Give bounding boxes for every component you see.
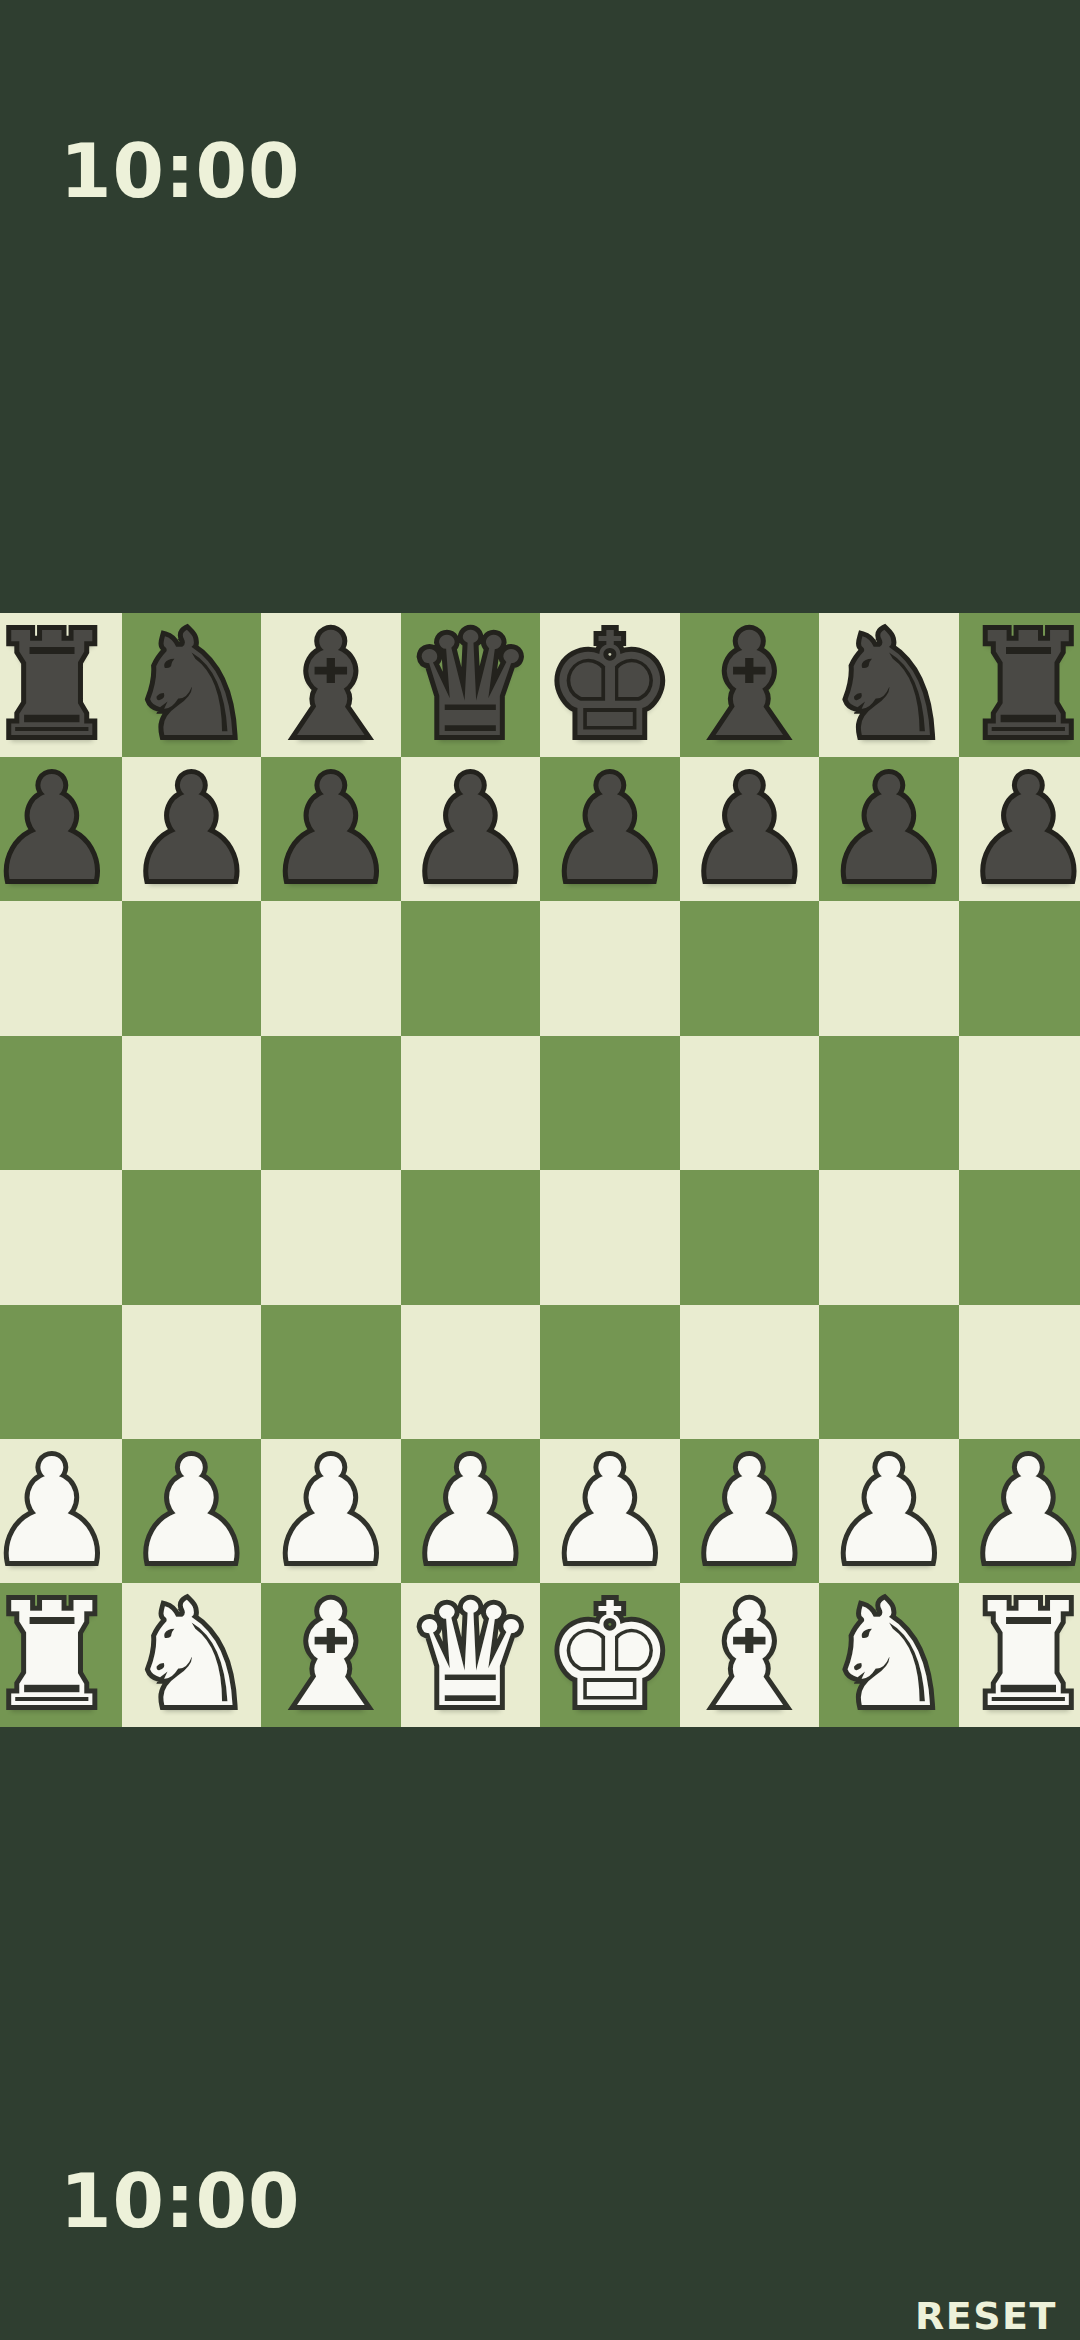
- square-b4[interactable]: [122, 1170, 262, 1305]
- square-h5[interactable]: [959, 1036, 1080, 1171]
- piece-white-pawn[interactable]: ♟: [266, 1439, 395, 1583]
- piece-white-pawn[interactable]: ♟: [824, 1439, 953, 1583]
- piece-black-pawn[interactable]: ♟: [406, 757, 535, 901]
- piece-white-pawn[interactable]: ♟: [964, 1439, 1080, 1583]
- piece-black-rook[interactable]: ♜: [0, 613, 116, 757]
- black-clock: 10:00: [60, 134, 301, 208]
- square-g2[interactable]: ♟: [819, 1439, 959, 1583]
- square-d2[interactable]: ♟: [401, 1439, 541, 1583]
- square-c3[interactable]: [261, 1305, 401, 1440]
- square-e7[interactable]: ♟: [540, 757, 680, 901]
- square-e6[interactable]: [540, 901, 680, 1036]
- piece-white-queen[interactable]: ♛: [406, 1583, 535, 1727]
- square-g1[interactable]: ♞: [819, 1583, 959, 1727]
- square-a8[interactable]: ♜: [0, 613, 122, 757]
- square-f3[interactable]: [680, 1305, 820, 1440]
- square-b8[interactable]: ♞: [122, 613, 262, 757]
- piece-black-pawn[interactable]: ♟: [0, 757, 116, 901]
- square-f1[interactable]: ♝: [680, 1583, 820, 1727]
- square-g5[interactable]: [819, 1036, 959, 1171]
- piece-white-bishop[interactable]: ♝: [266, 1583, 395, 1727]
- square-c7[interactable]: ♟: [261, 757, 401, 901]
- square-g6[interactable]: [819, 901, 959, 1036]
- piece-black-knight[interactable]: ♞: [127, 613, 256, 757]
- square-e1[interactable]: ♚: [540, 1583, 680, 1727]
- square-c8[interactable]: ♝: [261, 613, 401, 757]
- square-b7[interactable]: ♟: [122, 757, 262, 901]
- chess-app-screen: 10:00 ♜♞♝♛♚♝♞♜♟♟♟♟♟♟♟♟♟♟♟♟♟♟♟♟♜♞♝♛♚♝♞♜ 1…: [0, 0, 1080, 2340]
- square-h4[interactable]: [959, 1170, 1080, 1305]
- piece-black-bishop[interactable]: ♝: [685, 613, 814, 757]
- square-d3[interactable]: [401, 1305, 541, 1440]
- square-e4[interactable]: [540, 1170, 680, 1305]
- square-f4[interactable]: [680, 1170, 820, 1305]
- piece-black-pawn[interactable]: ♟: [266, 757, 395, 901]
- piece-white-pawn[interactable]: ♟: [545, 1439, 674, 1583]
- piece-white-bishop[interactable]: ♝: [685, 1583, 814, 1727]
- piece-black-pawn[interactable]: ♟: [685, 757, 814, 901]
- piece-white-pawn[interactable]: ♟: [406, 1439, 535, 1583]
- piece-white-king[interactable]: ♚: [545, 1583, 674, 1727]
- piece-black-king[interactable]: ♚: [545, 613, 674, 757]
- piece-black-knight[interactable]: ♞: [824, 613, 953, 757]
- square-h6[interactable]: [959, 901, 1080, 1036]
- square-d7[interactable]: ♟: [401, 757, 541, 901]
- piece-white-rook[interactable]: ♜: [964, 1583, 1080, 1727]
- square-d1[interactable]: ♛: [401, 1583, 541, 1727]
- square-g4[interactable]: [819, 1170, 959, 1305]
- piece-black-pawn[interactable]: ♟: [545, 757, 674, 901]
- square-h1[interactable]: ♜: [959, 1583, 1080, 1727]
- piece-white-pawn[interactable]: ♟: [127, 1439, 256, 1583]
- square-h2[interactable]: ♟: [959, 1439, 1080, 1583]
- square-h3[interactable]: [959, 1305, 1080, 1440]
- piece-black-pawn[interactable]: ♟: [127, 757, 256, 901]
- square-g3[interactable]: [819, 1305, 959, 1440]
- square-c6[interactable]: [261, 901, 401, 1036]
- piece-white-rook[interactable]: ♜: [0, 1583, 116, 1727]
- square-h8[interactable]: ♜: [959, 613, 1080, 757]
- square-b3[interactable]: [122, 1305, 262, 1440]
- square-f6[interactable]: [680, 901, 820, 1036]
- square-c1[interactable]: ♝: [261, 1583, 401, 1727]
- square-b1[interactable]: ♞: [122, 1583, 262, 1727]
- square-e3[interactable]: [540, 1305, 680, 1440]
- square-a4[interactable]: [0, 1170, 122, 1305]
- piece-white-pawn[interactable]: ♟: [0, 1439, 116, 1583]
- piece-white-pawn[interactable]: ♟: [685, 1439, 814, 1583]
- square-f8[interactable]: ♝: [680, 613, 820, 757]
- reset-button[interactable]: RESET: [915, 2297, 1057, 2335]
- square-d4[interactable]: [401, 1170, 541, 1305]
- white-clock: 10:00: [60, 2164, 301, 2238]
- square-g8[interactable]: ♞: [819, 613, 959, 757]
- piece-white-knight[interactable]: ♞: [824, 1583, 953, 1727]
- chess-board: ♜♞♝♛♚♝♞♜♟♟♟♟♟♟♟♟♟♟♟♟♟♟♟♟♜♞♝♛♚♝♞♜: [0, 613, 1080, 1727]
- square-g7[interactable]: ♟: [819, 757, 959, 901]
- piece-black-queen[interactable]: ♛: [406, 613, 535, 757]
- square-b6[interactable]: [122, 901, 262, 1036]
- square-a6[interactable]: [0, 901, 122, 1036]
- square-a3[interactable]: [0, 1305, 122, 1440]
- piece-black-pawn[interactable]: ♟: [964, 757, 1080, 901]
- piece-black-bishop[interactable]: ♝: [266, 613, 395, 757]
- square-a5[interactable]: [0, 1036, 122, 1171]
- square-b2[interactable]: ♟: [122, 1439, 262, 1583]
- piece-white-knight[interactable]: ♞: [127, 1583, 256, 1727]
- square-a1[interactable]: ♜: [0, 1583, 122, 1727]
- square-c5[interactable]: [261, 1036, 401, 1171]
- square-e5[interactable]: [540, 1036, 680, 1171]
- square-a7[interactable]: ♟: [0, 757, 122, 901]
- square-f2[interactable]: ♟: [680, 1439, 820, 1583]
- piece-black-pawn[interactable]: ♟: [824, 757, 953, 901]
- square-f7[interactable]: ♟: [680, 757, 820, 901]
- square-e8[interactable]: ♚: [540, 613, 680, 757]
- square-a2[interactable]: ♟: [0, 1439, 122, 1583]
- square-d8[interactable]: ♛: [401, 613, 541, 757]
- square-b5[interactable]: [122, 1036, 262, 1171]
- square-e2[interactable]: ♟: [540, 1439, 680, 1583]
- square-c4[interactable]: [261, 1170, 401, 1305]
- square-h7[interactable]: ♟: [959, 757, 1080, 901]
- square-f5[interactable]: [680, 1036, 820, 1171]
- square-d5[interactable]: [401, 1036, 541, 1171]
- square-c2[interactable]: ♟: [261, 1439, 401, 1583]
- square-d6[interactable]: [401, 901, 541, 1036]
- piece-black-rook[interactable]: ♜: [964, 613, 1080, 757]
